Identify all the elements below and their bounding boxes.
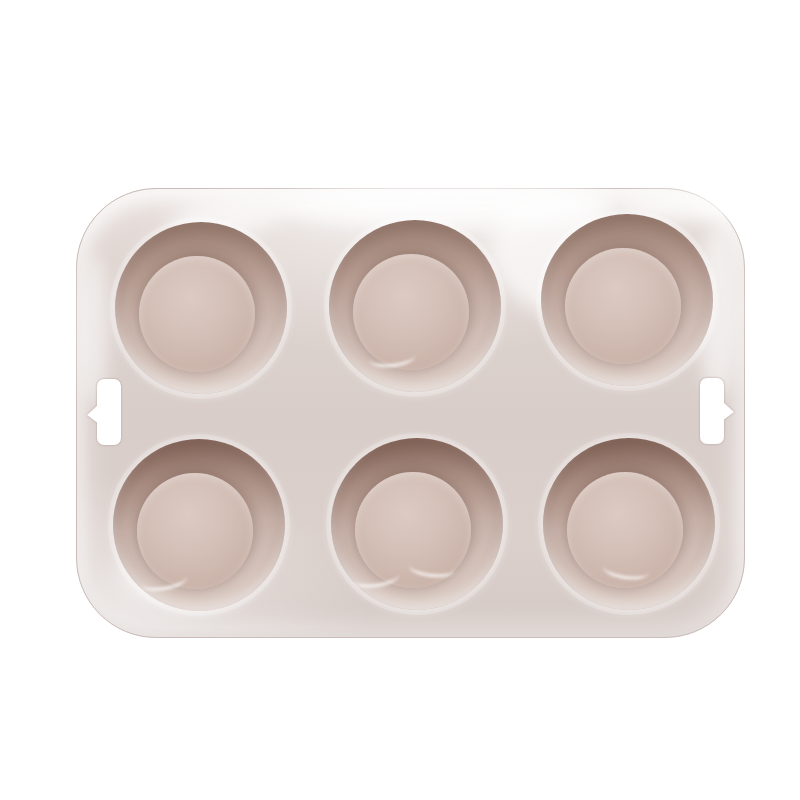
- muffin-cup-floor: [353, 254, 469, 370]
- muffin-cup-floor: [355, 472, 471, 588]
- slot-notch: [87, 404, 99, 424]
- hanging-slot-opening: [97, 379, 121, 445]
- muffin-cup-2: [329, 220, 501, 392]
- muffin-cup-floor: [139, 256, 255, 372]
- hanging-slot-opening: [700, 378, 724, 444]
- muffin-cup-1: [115, 222, 287, 394]
- muffin-cup-floor: [567, 472, 683, 588]
- muffin-cup-6: [543, 438, 715, 610]
- muffin-cup-4: [113, 439, 285, 611]
- photo-background: Beige plastic 6-cup muffin / cupcake mol…: [0, 0, 800, 800]
- muffin-cup-3: [541, 214, 713, 386]
- muffin-cup-5: [331, 438, 503, 610]
- slot-notch: [722, 401, 734, 421]
- muffin-cup-floor: [565, 248, 681, 364]
- muffin-cup-floor: [137, 473, 253, 589]
- glare-highlight: [272, 183, 617, 229]
- muffin-tray: [76, 188, 745, 638]
